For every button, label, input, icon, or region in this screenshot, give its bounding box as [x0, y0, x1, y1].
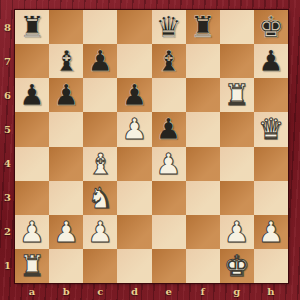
file-label-e: e [152, 283, 186, 300]
square-h5[interactable]: ♛ [254, 112, 288, 146]
square-d4[interactable] [117, 147, 151, 181]
white-rook-a1: ♜ [15, 249, 49, 283]
square-h4[interactable] [254, 147, 288, 181]
square-d6[interactable]: ♟ [117, 78, 151, 112]
square-d2[interactable] [117, 215, 151, 249]
square-d3[interactable] [117, 181, 151, 215]
square-f3[interactable] [186, 181, 220, 215]
file-label-b: b [49, 283, 83, 300]
rank-label-8: 8 [0, 10, 15, 44]
black-rook-f8: ♜ [186, 10, 220, 44]
black-pawn-e5: ♟ [152, 112, 186, 146]
square-f6[interactable] [186, 78, 220, 112]
square-a5[interactable] [15, 112, 49, 146]
square-f7[interactable] [186, 44, 220, 78]
black-pawn-b6: ♟ [49, 78, 83, 112]
square-f5[interactable] [186, 112, 220, 146]
rank-label-6: 6 [0, 78, 15, 112]
square-b3[interactable] [49, 181, 83, 215]
square-b5[interactable] [49, 112, 83, 146]
file-label-a: a [15, 283, 49, 300]
white-rook-g6: ♜ [220, 78, 254, 112]
square-h2[interactable]: ♟ [254, 215, 288, 249]
rank-label-1: 1 [0, 249, 15, 283]
rank-label-5: 5 [0, 112, 15, 146]
rank-label-7: 7 [0, 44, 15, 78]
square-d7[interactable] [117, 44, 151, 78]
square-e1[interactable] [152, 249, 186, 283]
white-pawn-a2: ♟ [15, 215, 49, 249]
square-c6[interactable] [83, 78, 117, 112]
square-g3[interactable] [220, 181, 254, 215]
square-f2[interactable] [186, 215, 220, 249]
square-d5[interactable]: ♟ [117, 112, 151, 146]
square-b6[interactable]: ♟ [49, 78, 83, 112]
square-a4[interactable] [15, 147, 49, 181]
square-b1[interactable] [49, 249, 83, 283]
white-pawn-h2: ♟ [254, 215, 288, 249]
square-f8[interactable]: ♜ [186, 10, 220, 44]
rank-label-4: 4 [0, 147, 15, 181]
square-b4[interactable] [49, 147, 83, 181]
white-pawn-e4: ♟ [152, 147, 186, 181]
square-a1[interactable]: ♜ [15, 249, 49, 283]
square-g8[interactable] [220, 10, 254, 44]
white-pawn-d5: ♟ [117, 112, 151, 146]
square-c7[interactable]: ♟ [83, 44, 117, 78]
square-h3[interactable] [254, 181, 288, 215]
rank-label-2: 2 [0, 215, 15, 249]
square-g6[interactable]: ♜ [220, 78, 254, 112]
square-b7[interactable]: ♝ [49, 44, 83, 78]
square-g7[interactable] [220, 44, 254, 78]
white-king-g1: ♚ [220, 249, 254, 283]
square-e2[interactable] [152, 215, 186, 249]
black-queen-e8: ♛ [152, 10, 186, 44]
black-pawn-c7: ♟ [83, 44, 117, 78]
square-e6[interactable] [152, 78, 186, 112]
file-label-g: g [220, 283, 254, 300]
black-pawn-a6: ♟ [15, 78, 49, 112]
black-pawn-d6: ♟ [117, 78, 151, 112]
white-queen-h5: ♛ [254, 112, 288, 146]
square-f4[interactable] [186, 147, 220, 181]
board-frame: 87654321 abcdefgh ♜♛♜♚♝♟♝♟♟♟♟♜♟♟♛♝♟♞♟♟♟♟… [0, 0, 300, 300]
square-b8[interactable] [49, 10, 83, 44]
black-bishop-b7: ♝ [49, 44, 83, 78]
file-label-d: d [117, 283, 151, 300]
square-c4[interactable]: ♝ [83, 147, 117, 181]
white-knight-c3: ♞ [83, 181, 117, 215]
square-g5[interactable] [220, 112, 254, 146]
square-g1[interactable]: ♚ [220, 249, 254, 283]
square-a2[interactable]: ♟ [15, 215, 49, 249]
square-h7[interactable]: ♟ [254, 44, 288, 78]
file-label-c: c [83, 283, 117, 300]
square-c1[interactable] [83, 249, 117, 283]
rank-label-3: 3 [0, 181, 15, 215]
square-a7[interactable] [15, 44, 49, 78]
file-label-h: h [254, 283, 288, 300]
square-a3[interactable] [15, 181, 49, 215]
square-h6[interactable] [254, 78, 288, 112]
square-e7[interactable]: ♝ [152, 44, 186, 78]
square-b2[interactable]: ♟ [49, 215, 83, 249]
square-f1[interactable] [186, 249, 220, 283]
square-e5[interactable]: ♟ [152, 112, 186, 146]
black-king-h8: ♚ [254, 10, 288, 44]
black-rook-a8: ♜ [15, 10, 49, 44]
square-h1[interactable] [254, 249, 288, 283]
square-a8[interactable]: ♜ [15, 10, 49, 44]
white-pawn-g2: ♟ [220, 215, 254, 249]
black-pawn-h7: ♟ [254, 44, 288, 78]
square-c5[interactable] [83, 112, 117, 146]
file-label-f: f [186, 283, 220, 300]
white-bishop-c4: ♝ [83, 147, 117, 181]
square-c2[interactable]: ♟ [83, 215, 117, 249]
square-e4[interactable]: ♟ [152, 147, 186, 181]
rank-coordinates: 87654321 [0, 10, 15, 283]
square-e8[interactable]: ♛ [152, 10, 186, 44]
square-c3[interactable]: ♞ [83, 181, 117, 215]
white-pawn-b2: ♟ [49, 215, 83, 249]
file-coordinates: abcdefgh [15, 283, 288, 300]
square-g4[interactable] [220, 147, 254, 181]
square-e3[interactable] [152, 181, 186, 215]
chess-board: ♜♛♜♚♝♟♝♟♟♟♟♜♟♟♛♝♟♞♟♟♟♟♟♜♚ [15, 10, 288, 283]
black-bishop-e7: ♝ [152, 44, 186, 78]
square-d8[interactable] [117, 10, 151, 44]
square-h8[interactable]: ♚ [254, 10, 288, 44]
square-g2[interactable]: ♟ [220, 215, 254, 249]
square-a6[interactable]: ♟ [15, 78, 49, 112]
square-c8[interactable] [83, 10, 117, 44]
square-d1[interactable] [117, 249, 151, 283]
white-pawn-c2: ♟ [83, 215, 117, 249]
